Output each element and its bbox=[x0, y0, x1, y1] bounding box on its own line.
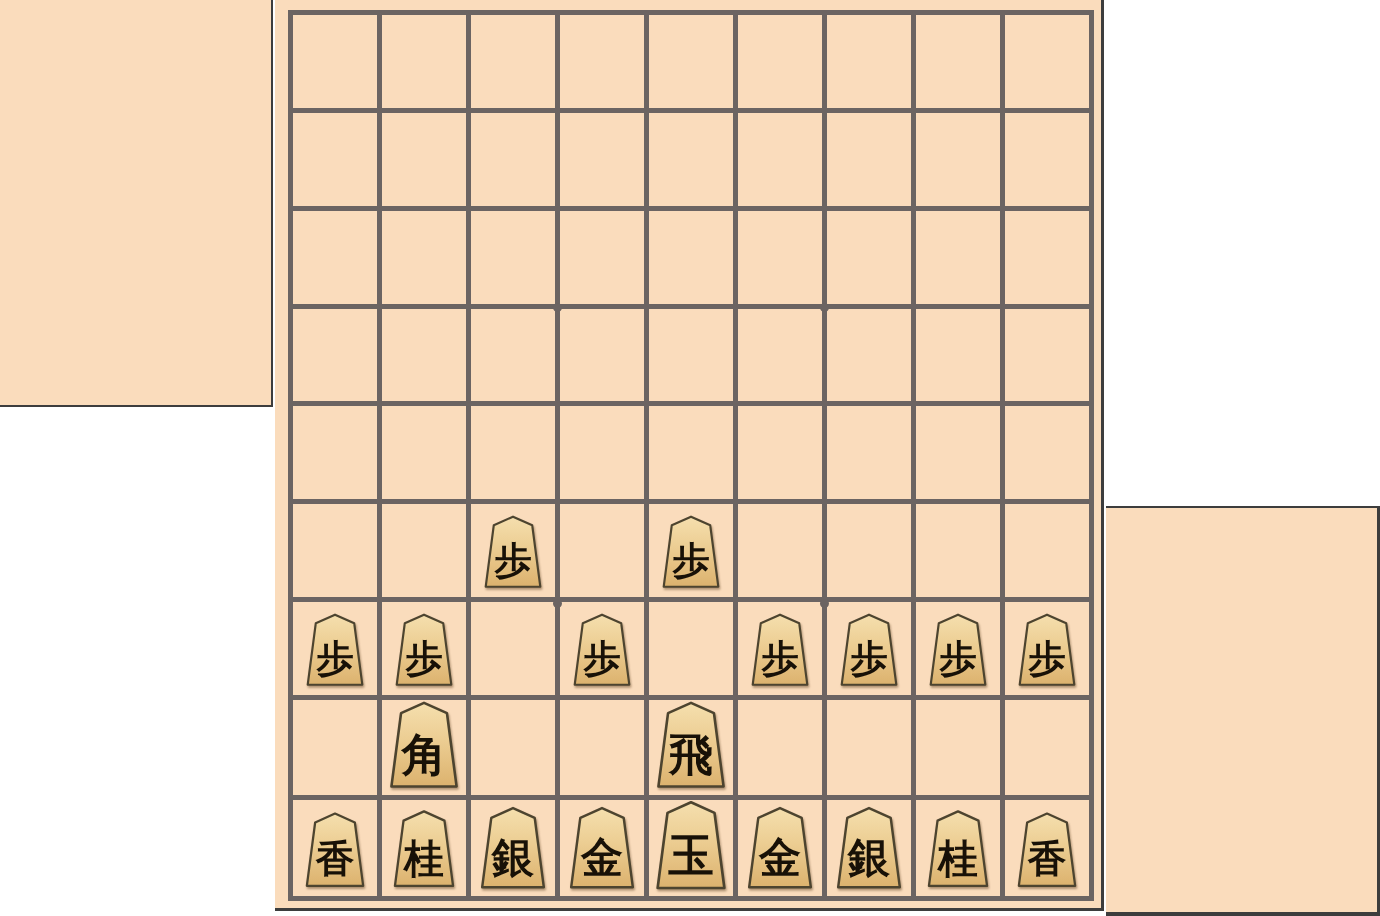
board-cell-6e[interactable] bbox=[560, 406, 644, 499]
piece-kanji: 歩 bbox=[938, 636, 976, 680]
board-cell-9g[interactable]: 歩 bbox=[293, 602, 377, 695]
piece-kanji: 歩 bbox=[849, 636, 887, 680]
board-cell-6d[interactable] bbox=[560, 309, 644, 402]
piece-kanji: 玉 bbox=[667, 829, 714, 882]
star-point bbox=[820, 599, 829, 608]
board-cell-8d[interactable] bbox=[382, 309, 466, 402]
piece-rook[interactable]: 飛 bbox=[654, 700, 728, 790]
board-cell-5b[interactable] bbox=[649, 113, 733, 206]
board-cell-5c[interactable] bbox=[649, 211, 733, 304]
board-cell-1b[interactable] bbox=[1005, 113, 1089, 206]
board-cell-8a[interactable] bbox=[382, 15, 466, 108]
piece-kanji: 銀 bbox=[846, 833, 890, 882]
board-cell-5f[interactable]: 歩 bbox=[649, 504, 733, 597]
board-cell-9h[interactable] bbox=[293, 700, 377, 795]
piece-kanji: 歩 bbox=[404, 636, 442, 680]
piece-gold[interactable]: 金 bbox=[567, 805, 637, 891]
star-point bbox=[553, 599, 562, 608]
piece-pawn[interactable]: 歩 bbox=[571, 610, 633, 690]
piece-kanji: 歩 bbox=[760, 636, 798, 680]
board-cell-8b[interactable] bbox=[382, 113, 466, 206]
piece-lance[interactable]: 香 bbox=[1015, 809, 1079, 891]
piece-kanji: 桂 bbox=[402, 835, 444, 881]
board-cell-4c[interactable] bbox=[738, 211, 822, 304]
board-cell-9d[interactable] bbox=[293, 309, 377, 402]
piece-king[interactable]: 玉 bbox=[652, 800, 730, 891]
board-cell-3i[interactable]: 銀 bbox=[827, 800, 911, 896]
piece-kanji: 桂 bbox=[936, 835, 978, 881]
board-cell-7d[interactable] bbox=[471, 309, 555, 402]
board-cell-7h[interactable] bbox=[471, 700, 555, 795]
board-cell-5i[interactable]: 玉 bbox=[649, 800, 733, 896]
board-cell-7c[interactable] bbox=[471, 211, 555, 304]
board-cell-4b[interactable] bbox=[738, 113, 822, 206]
piece-pawn[interactable]: 歩 bbox=[304, 610, 366, 690]
board-cell-5d[interactable] bbox=[649, 309, 733, 402]
piece-kanji: 歩 bbox=[493, 538, 531, 582]
piece-knight[interactable]: 桂 bbox=[391, 807, 457, 891]
board-cell-8g[interactable]: 歩 bbox=[382, 602, 466, 695]
board-cell-9a[interactable] bbox=[293, 15, 377, 108]
piece-kanji: 歩 bbox=[1027, 636, 1065, 680]
piece-kanji: 香 bbox=[1027, 836, 1067, 881]
shogi-board-panel: 歩歩歩歩歩歩歩歩歩角飛香桂銀金玉金銀桂香 bbox=[275, 0, 1104, 911]
board-cell-2c[interactable] bbox=[916, 211, 1000, 304]
piece-silver[interactable]: 銀 bbox=[834, 805, 904, 891]
board-cell-7e[interactable] bbox=[471, 406, 555, 499]
komadai-gote bbox=[0, 0, 273, 407]
board-cell-3d[interactable] bbox=[827, 309, 911, 402]
board-cell-5g[interactable] bbox=[649, 602, 733, 695]
board-cell-4e[interactable] bbox=[738, 406, 822, 499]
board-cell-8c[interactable] bbox=[382, 211, 466, 304]
board-cell-1g[interactable]: 歩 bbox=[1005, 602, 1089, 695]
piece-lance[interactable]: 香 bbox=[303, 809, 367, 891]
piece-pawn[interactable]: 歩 bbox=[749, 610, 811, 690]
board-cell-8h[interactable]: 角 bbox=[382, 700, 466, 795]
piece-kanji: 歩 bbox=[582, 636, 620, 680]
board-cell-9i[interactable]: 香 bbox=[293, 800, 377, 896]
board-cell-2f[interactable] bbox=[916, 504, 1000, 597]
piece-pawn[interactable]: 歩 bbox=[393, 610, 455, 690]
board-cell-8i[interactable]: 桂 bbox=[382, 800, 466, 896]
board-cell-8e[interactable] bbox=[382, 406, 466, 499]
piece-pawn[interactable]: 歩 bbox=[927, 610, 989, 690]
piece-kanji: 角 bbox=[401, 729, 446, 780]
piece-knight[interactable]: 桂 bbox=[925, 807, 991, 891]
piece-pawn[interactable]: 歩 bbox=[1016, 610, 1078, 690]
board-cell-1d[interactable] bbox=[1005, 309, 1089, 402]
board-cell-2g[interactable]: 歩 bbox=[916, 602, 1000, 695]
piece-pawn[interactable]: 歩 bbox=[660, 512, 722, 592]
piece-kanji: 金 bbox=[758, 833, 801, 882]
board-cell-3b[interactable] bbox=[827, 113, 911, 206]
piece-bishop[interactable]: 角 bbox=[387, 700, 461, 790]
board-cell-2d[interactable] bbox=[916, 309, 1000, 402]
board-cell-6c[interactable] bbox=[560, 211, 644, 304]
board-cell-5a[interactable] bbox=[649, 15, 733, 108]
board-cell-4f[interactable] bbox=[738, 504, 822, 597]
board-cell-3g[interactable]: 歩 bbox=[827, 602, 911, 695]
board-cell-5h[interactable]: 飛 bbox=[649, 700, 733, 795]
shogi-grid: 歩歩歩歩歩歩歩歩歩角飛香桂銀金玉金銀桂香 bbox=[288, 10, 1094, 901]
board-cell-2a[interactable] bbox=[916, 15, 1000, 108]
piece-pawn[interactable]: 歩 bbox=[838, 610, 900, 690]
board-cell-3f[interactable] bbox=[827, 504, 911, 597]
board-cell-7f[interactable]: 歩 bbox=[471, 504, 555, 597]
board-cell-1f[interactable] bbox=[1005, 504, 1089, 597]
board-cell-6f[interactable] bbox=[560, 504, 644, 597]
komadai-sente bbox=[1106, 506, 1380, 916]
board-cell-4a[interactable] bbox=[738, 15, 822, 108]
board-cell-6i[interactable]: 金 bbox=[560, 800, 644, 896]
board-cell-1c[interactable] bbox=[1005, 211, 1089, 304]
board-cell-5e[interactable] bbox=[649, 406, 733, 499]
board-cell-2b[interactable] bbox=[916, 113, 1000, 206]
board-cell-4h[interactable] bbox=[738, 700, 822, 795]
board-cell-9b[interactable] bbox=[293, 113, 377, 206]
board-cell-7b[interactable] bbox=[471, 113, 555, 206]
board-cell-9c[interactable] bbox=[293, 211, 377, 304]
board-cell-7i[interactable]: 銀 bbox=[471, 800, 555, 896]
piece-silver[interactable]: 銀 bbox=[478, 805, 548, 891]
board-cell-4d[interactable] bbox=[738, 309, 822, 402]
board-cell-3e[interactable] bbox=[827, 406, 911, 499]
board-cell-9f[interactable] bbox=[293, 504, 377, 597]
board-cell-6g[interactable]: 歩 bbox=[560, 602, 644, 695]
board-cell-2e[interactable] bbox=[916, 406, 1000, 499]
board-cell-4i[interactable]: 金 bbox=[738, 800, 822, 896]
board-cell-6a[interactable] bbox=[560, 15, 644, 108]
board-cell-1i[interactable]: 香 bbox=[1005, 800, 1089, 896]
board-cell-2h[interactable] bbox=[916, 700, 1000, 795]
piece-pawn[interactable]: 歩 bbox=[482, 512, 544, 592]
board-cell-1h[interactable] bbox=[1005, 700, 1089, 795]
piece-kanji: 歩 bbox=[671, 538, 709, 582]
board-cell-2i[interactable]: 桂 bbox=[916, 800, 1000, 896]
board-cell-1e[interactable] bbox=[1005, 406, 1089, 499]
board-cell-1a[interactable] bbox=[1005, 15, 1089, 108]
piece-kanji: 銀 bbox=[490, 833, 534, 882]
board-cell-4g[interactable]: 歩 bbox=[738, 602, 822, 695]
piece-kanji: 金 bbox=[580, 833, 623, 882]
piece-kanji: 香 bbox=[315, 836, 355, 881]
board-cell-6b[interactable] bbox=[560, 113, 644, 206]
board-cell-3a[interactable] bbox=[827, 15, 911, 108]
piece-kanji: 飛 bbox=[668, 729, 713, 780]
piece-gold[interactable]: 金 bbox=[745, 805, 815, 891]
board-cell-7g[interactable] bbox=[471, 602, 555, 695]
board-cell-7a[interactable] bbox=[471, 15, 555, 108]
piece-kanji: 歩 bbox=[315, 636, 353, 680]
board-cell-6h[interactable] bbox=[560, 700, 644, 795]
board-cell-9e[interactable] bbox=[293, 406, 377, 499]
board-cell-8f[interactable] bbox=[382, 504, 466, 597]
board-cell-3c[interactable] bbox=[827, 211, 911, 304]
board-cell-3h[interactable] bbox=[827, 700, 911, 795]
